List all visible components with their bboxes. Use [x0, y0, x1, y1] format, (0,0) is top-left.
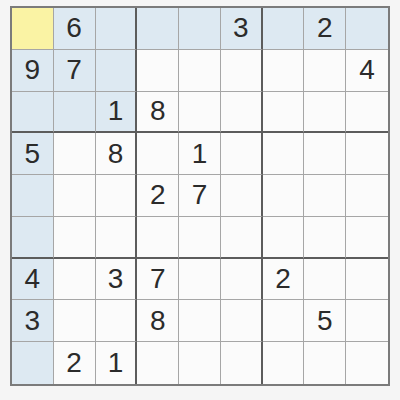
cell-r6c3[interactable]	[96, 217, 138, 259]
cell-r3c3[interactable]: 1	[96, 92, 138, 134]
cell-r1c3[interactable]	[96, 8, 138, 50]
cell-r4c7[interactable]	[263, 133, 305, 175]
cell-r5c8[interactable]	[304, 175, 346, 217]
cell-r9c7[interactable]	[263, 342, 305, 384]
cell-r2c3[interactable]	[96, 50, 138, 92]
cell-r3c7[interactable]	[263, 92, 305, 134]
cell-r5c7[interactable]	[263, 175, 305, 217]
cell-r7c6[interactable]	[221, 259, 263, 301]
cell-r4c3[interactable]: 8	[96, 133, 138, 175]
cell-r8c2[interactable]	[54, 300, 96, 342]
cell-r8c4[interactable]: 8	[137, 300, 179, 342]
cell-r1c2[interactable]: 6	[54, 8, 96, 50]
cell-r1c6[interactable]: 3	[221, 8, 263, 50]
cell-r5c1[interactable]	[12, 175, 54, 217]
cell-r6c5[interactable]	[179, 217, 221, 259]
cell-r4c6[interactable]	[221, 133, 263, 175]
cell-r8c3[interactable]	[96, 300, 138, 342]
cell-r1c5[interactable]	[179, 8, 221, 50]
cell-r6c7[interactable]	[263, 217, 305, 259]
cell-r7c7[interactable]: 2	[263, 259, 305, 301]
cell-r5c5[interactable]: 7	[179, 175, 221, 217]
cell-r2c4[interactable]	[137, 50, 179, 92]
cell-r9c5[interactable]	[179, 342, 221, 384]
cell-r1c4[interactable]	[137, 8, 179, 50]
cell-r6c2[interactable]	[54, 217, 96, 259]
cell-r7c1[interactable]: 4	[12, 259, 54, 301]
cell-r2c5[interactable]	[179, 50, 221, 92]
cell-r5c2[interactable]	[54, 175, 96, 217]
cell-r7c5[interactable]	[179, 259, 221, 301]
cell-r4c5[interactable]: 1	[179, 133, 221, 175]
cell-r2c1[interactable]: 9	[12, 50, 54, 92]
cell-r8c1[interactable]: 3	[12, 300, 54, 342]
cell-r4c8[interactable]	[304, 133, 346, 175]
cell-r5c9[interactable]	[346, 175, 388, 217]
cell-r5c3[interactable]	[96, 175, 138, 217]
cell-r8c5[interactable]	[179, 300, 221, 342]
cell-r5c4[interactable]: 2	[137, 175, 179, 217]
cell-r6c1[interactable]	[12, 217, 54, 259]
cell-r6c8[interactable]	[304, 217, 346, 259]
cell-r7c9[interactable]	[346, 259, 388, 301]
cell-r4c2[interactable]	[54, 133, 96, 175]
cell-r4c9[interactable]	[346, 133, 388, 175]
cell-r7c2[interactable]	[54, 259, 96, 301]
cell-r9c2[interactable]: 2	[54, 342, 96, 384]
cell-r3c8[interactable]	[304, 92, 346, 134]
cell-r4c1[interactable]: 5	[12, 133, 54, 175]
cell-r2c8[interactable]	[304, 50, 346, 92]
cell-r8c9[interactable]	[346, 300, 388, 342]
cell-r9c4[interactable]	[137, 342, 179, 384]
cell-r7c8[interactable]	[304, 259, 346, 301]
cell-r9c9[interactable]	[346, 342, 388, 384]
cell-r8c7[interactable]	[263, 300, 305, 342]
cell-r1c1[interactable]	[12, 8, 54, 50]
cell-r3c2[interactable]	[54, 92, 96, 134]
cell-r3c6[interactable]	[221, 92, 263, 134]
cell-r3c4[interactable]: 8	[137, 92, 179, 134]
cell-r2c9[interactable]: 4	[346, 50, 388, 92]
cell-r8c6[interactable]	[221, 300, 263, 342]
cell-r3c1[interactable]	[12, 92, 54, 134]
cell-r9c3[interactable]: 1	[96, 342, 138, 384]
cell-r6c4[interactable]	[137, 217, 179, 259]
cell-r1c7[interactable]	[263, 8, 305, 50]
cell-r2c6[interactable]	[221, 50, 263, 92]
cell-r9c1[interactable]	[12, 342, 54, 384]
cell-r2c2[interactable]: 7	[54, 50, 96, 92]
cell-r7c4[interactable]: 7	[137, 259, 179, 301]
cell-r2c7[interactable]	[263, 50, 305, 92]
cell-r6c9[interactable]	[346, 217, 388, 259]
cell-r7c3[interactable]: 3	[96, 259, 138, 301]
cell-r9c6[interactable]	[221, 342, 263, 384]
cell-r4c4[interactable]	[137, 133, 179, 175]
sudoku-board: 6329741858127437238521	[10, 6, 390, 386]
cell-r6c6[interactable]	[221, 217, 263, 259]
cell-r1c8[interactable]: 2	[304, 8, 346, 50]
cell-r9c8[interactable]	[304, 342, 346, 384]
cell-r5c6[interactable]	[221, 175, 263, 217]
cell-r1c9[interactable]	[346, 8, 388, 50]
cell-r8c8[interactable]: 5	[304, 300, 346, 342]
cell-r3c5[interactable]	[179, 92, 221, 134]
cell-r3c9[interactable]	[346, 92, 388, 134]
